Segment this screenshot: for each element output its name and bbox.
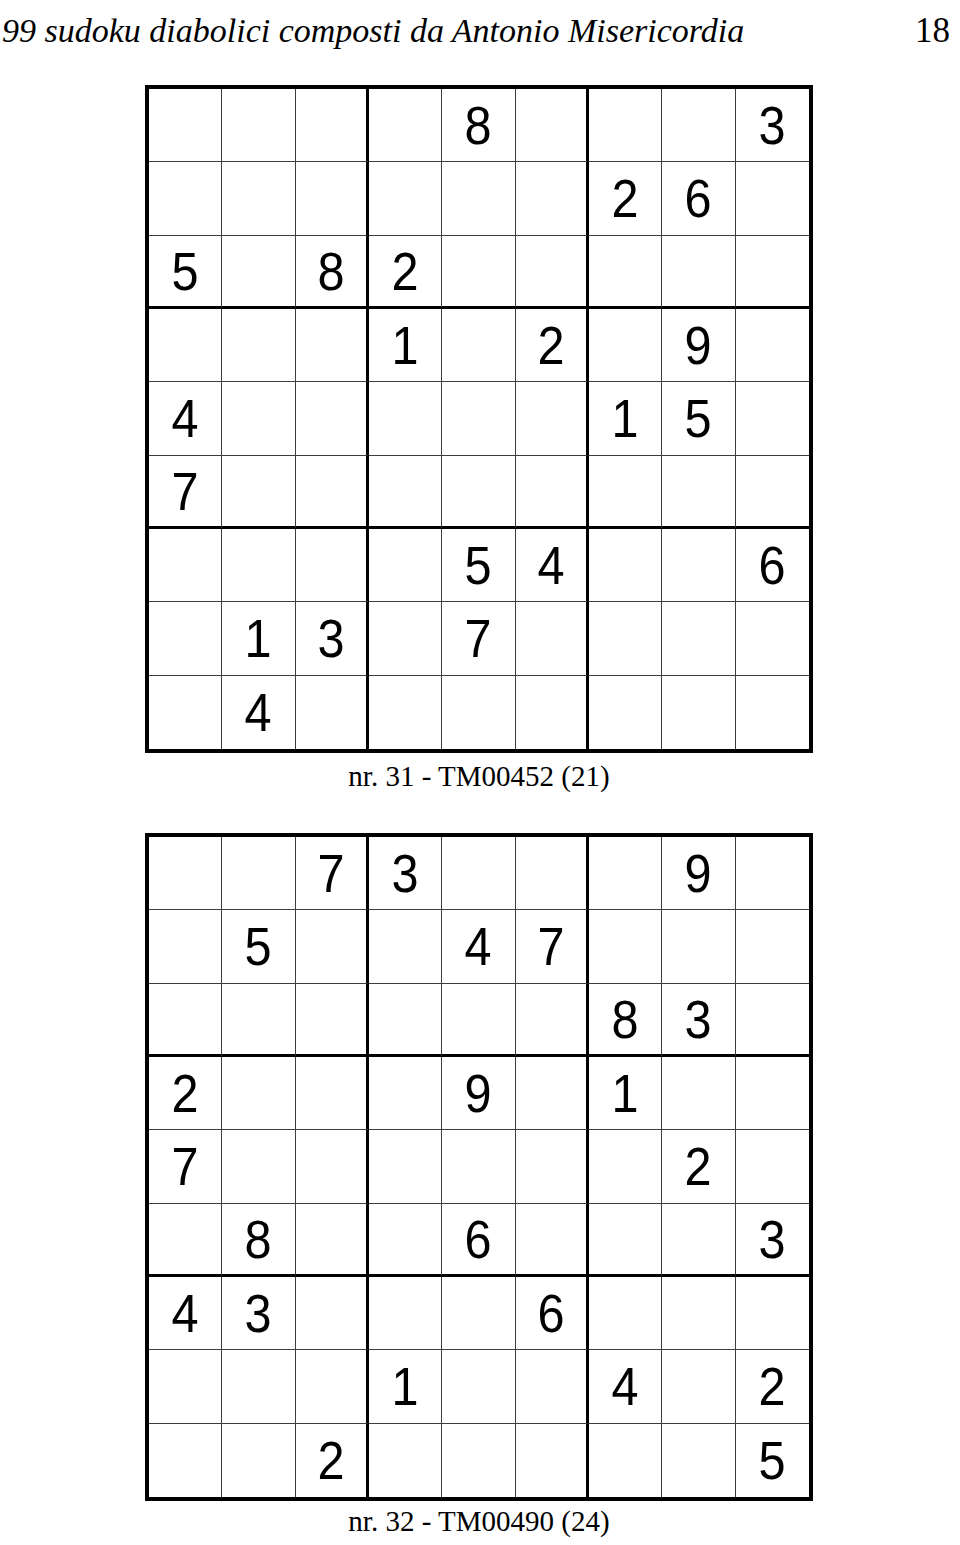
g2-cell-r1c9 (736, 837, 809, 910)
g2-cell-r7c9 (736, 1277, 809, 1350)
g1-cell-r3c4: 2 (369, 236, 442, 309)
g2-cell-r2c3 (296, 910, 369, 983)
g1-cell-r9c6 (516, 676, 589, 749)
g2-cell-r9c1 (149, 1424, 222, 1497)
given-digit: 7 (465, 611, 492, 665)
g1-cell-r6c8 (662, 456, 735, 529)
g2-cell-r3c6 (516, 984, 589, 1057)
g2-cell-r2c8 (662, 910, 735, 983)
given-digit: 6 (685, 171, 712, 225)
g2-cell-r1c5 (442, 837, 515, 910)
g2-cell-r4c8 (662, 1057, 735, 1130)
g1-cell-r1c8 (662, 89, 735, 162)
g1-cell-r4c2 (222, 309, 295, 382)
g1-cell-r2c4 (369, 162, 442, 235)
g2-cell-r7c8 (662, 1277, 735, 1350)
g2-cell-r1c6 (516, 837, 589, 910)
given-digit: 3 (392, 846, 419, 900)
g1-cell-r4c3 (296, 309, 369, 382)
g1-cell-r7c5: 5 (442, 529, 515, 602)
given-digit: 4 (612, 1359, 639, 1413)
g2-cell-r1c3: 7 (296, 837, 369, 910)
g2-cell-r4c1: 2 (149, 1057, 222, 1130)
g1-cell-r2c5 (442, 162, 515, 235)
g1-cell-r3c1: 5 (149, 236, 222, 309)
g2-cell-r8c7: 4 (589, 1350, 662, 1423)
g1-cell-r4c5 (442, 309, 515, 382)
g1-cell-r3c2 (222, 236, 295, 309)
given-digit: 5 (172, 244, 199, 298)
g1-cell-r1c1 (149, 89, 222, 162)
g2-cell-r7c2: 3 (222, 1277, 295, 1350)
g1-cell-r3c8 (662, 236, 735, 309)
given-digit: 6 (537, 1286, 564, 1340)
g1-cell-r1c7 (589, 89, 662, 162)
g2-cell-r8c1 (149, 1350, 222, 1423)
g2-cell-r3c2 (222, 984, 295, 1057)
g1-cell-r1c2 (222, 89, 295, 162)
g2-cell-r6c1 (149, 1204, 222, 1277)
g2-cell-r9c5 (442, 1424, 515, 1497)
g1-cell-r2c6 (516, 162, 589, 235)
given-digit: 7 (317, 846, 344, 900)
g2-cell-r6c6 (516, 1204, 589, 1277)
g1-cell-r2c7: 2 (589, 162, 662, 235)
g2-cell-r4c7: 1 (589, 1057, 662, 1130)
g2-cell-r8c4: 1 (369, 1350, 442, 1423)
g1-cell-r9c1 (149, 676, 222, 749)
g2-cell-r7c5 (442, 1277, 515, 1350)
given-digit: 6 (465, 1212, 492, 1266)
given-digit: 3 (317, 611, 344, 665)
g2-cell-r6c8 (662, 1204, 735, 1277)
g1-cell-r8c5: 7 (442, 602, 515, 675)
page-number: 18 (915, 11, 950, 51)
given-digit: 8 (317, 244, 344, 298)
g2-cell-r2c5: 4 (442, 910, 515, 983)
g1-cell-r4c6: 2 (516, 309, 589, 382)
g2-cell-r5c7 (589, 1130, 662, 1203)
given-digit: 8 (612, 992, 639, 1046)
g1-cell-r7c8 (662, 529, 735, 602)
g2-cell-r8c9: 2 (736, 1350, 809, 1423)
g2-cell-r7c6: 6 (516, 1277, 589, 1350)
g1-cell-r1c4 (369, 89, 442, 162)
g2-cell-r3c5 (442, 984, 515, 1057)
g2-cell-r6c9: 3 (736, 1204, 809, 1277)
g1-cell-r9c3 (296, 676, 369, 749)
given-digit: 6 (759, 538, 786, 592)
g1-cell-r7c7 (589, 529, 662, 602)
g2-cell-r9c6 (516, 1424, 589, 1497)
g2-cell-r1c7 (589, 837, 662, 910)
g1-cell-r2c8: 6 (662, 162, 735, 235)
g2-cell-r6c3 (296, 1204, 369, 1277)
g1-cell-r4c1 (149, 309, 222, 382)
g2-cell-r6c4 (369, 1204, 442, 1277)
g2-cell-r3c4 (369, 984, 442, 1057)
g2-cell-r7c3 (296, 1277, 369, 1350)
g1-cell-r3c3: 8 (296, 236, 369, 309)
g1-cell-r5c4 (369, 382, 442, 455)
g1-cell-r5c7: 1 (589, 382, 662, 455)
g1-cell-r3c7 (589, 236, 662, 309)
g2-cell-r5c3 (296, 1130, 369, 1203)
g2-cell-r9c3: 2 (296, 1424, 369, 1497)
g1-cell-r4c4: 1 (369, 309, 442, 382)
g2-cell-r6c5: 6 (442, 1204, 515, 1277)
page-header-title: 99 sudoku diabolici composti da Antonio … (2, 12, 744, 50)
g2-cell-r5c5 (442, 1130, 515, 1203)
g2-cell-r4c9 (736, 1057, 809, 1130)
g1-cell-r5c9 (736, 382, 809, 455)
g1-cell-r2c9 (736, 162, 809, 235)
given-digit: 3 (245, 1286, 272, 1340)
g1-cell-r1c3 (296, 89, 369, 162)
g1-cell-r5c3 (296, 382, 369, 455)
g2-cell-r7c1: 4 (149, 1277, 222, 1350)
g1-cell-r8c8 (662, 602, 735, 675)
g1-cell-r4c9 (736, 309, 809, 382)
g1-cell-r5c1: 4 (149, 382, 222, 455)
g1-cell-r1c9: 3 (736, 89, 809, 162)
given-digit: 5 (245, 919, 272, 973)
g1-cell-r8c2: 1 (222, 602, 295, 675)
g2-cell-r8c3 (296, 1350, 369, 1423)
g1-cell-r9c7 (589, 676, 662, 749)
g1-cell-r5c8: 5 (662, 382, 735, 455)
g1-cell-r1c6 (516, 89, 589, 162)
g1-cell-r3c9 (736, 236, 809, 309)
g2-cell-r2c4 (369, 910, 442, 983)
given-digit: 5 (685, 391, 712, 445)
g2-cell-r9c8 (662, 1424, 735, 1497)
given-digit: 2 (612, 171, 639, 225)
g1-cell-r8c3: 3 (296, 602, 369, 675)
g1-cell-r6c3 (296, 456, 369, 529)
given-digit: 9 (465, 1066, 492, 1120)
g2-cell-r4c6 (516, 1057, 589, 1130)
sudoku-grid-1: 832658212941575461374 (145, 85, 813, 753)
g2-cell-r8c5 (442, 1350, 515, 1423)
g1-cell-r7c4 (369, 529, 442, 602)
given-digit: 9 (685, 318, 712, 372)
g1-cell-r7c9: 6 (736, 529, 809, 602)
g2-cell-r4c2 (222, 1057, 295, 1130)
g1-cell-r2c3 (296, 162, 369, 235)
g1-cell-r4c7 (589, 309, 662, 382)
g1-cell-r3c5 (442, 236, 515, 309)
g1-cell-r8c6 (516, 602, 589, 675)
given-digit: 2 (392, 244, 419, 298)
g2-cell-r5c4 (369, 1130, 442, 1203)
g1-cell-r7c3 (296, 529, 369, 602)
given-digit: 1 (392, 318, 419, 372)
g1-cell-r7c2 (222, 529, 295, 602)
g1-cell-r9c4 (369, 676, 442, 749)
g2-cell-r7c7 (589, 1277, 662, 1350)
g1-cell-r6c9 (736, 456, 809, 529)
g1-cell-r9c2: 4 (222, 676, 295, 749)
sudoku-grid-2: 739547832917286343614225 (145, 833, 813, 1501)
g1-cell-r6c6 (516, 456, 589, 529)
g1-cell-r9c8 (662, 676, 735, 749)
given-digit: 3 (685, 992, 712, 1046)
g2-cell-r9c9: 5 (736, 1424, 809, 1497)
g2-cell-r2c9 (736, 910, 809, 983)
g2-cell-r9c4 (369, 1424, 442, 1497)
given-digit: 1 (245, 611, 272, 665)
given-digit: 2 (537, 318, 564, 372)
g2-cell-r8c8 (662, 1350, 735, 1423)
given-digit: 4 (465, 919, 492, 973)
given-digit: 7 (172, 464, 199, 518)
g1-cell-r8c4 (369, 602, 442, 675)
g2-cell-r2c2: 5 (222, 910, 295, 983)
g1-cell-r2c2 (222, 162, 295, 235)
g2-cell-r8c2 (222, 1350, 295, 1423)
g1-cell-r6c1: 7 (149, 456, 222, 529)
given-digit: 5 (465, 538, 492, 592)
g2-cell-r4c5: 9 (442, 1057, 515, 1130)
g2-cell-r7c4 (369, 1277, 442, 1350)
g2-cell-r5c9 (736, 1130, 809, 1203)
g1-cell-r5c6 (516, 382, 589, 455)
g2-cell-r1c2 (222, 837, 295, 910)
given-digit: 9 (685, 846, 712, 900)
g1-cell-r8c9 (736, 602, 809, 675)
g2-cell-r3c9 (736, 984, 809, 1057)
given-digit: 3 (759, 98, 786, 152)
given-digit: 3 (759, 1212, 786, 1266)
g2-cell-r2c7 (589, 910, 662, 983)
g1-cell-r3c6 (516, 236, 589, 309)
g1-cell-r7c1 (149, 529, 222, 602)
g2-cell-r2c1 (149, 910, 222, 983)
g1-cell-r6c4 (369, 456, 442, 529)
given-digit: 2 (172, 1066, 199, 1120)
g1-cell-r6c5 (442, 456, 515, 529)
g2-cell-r3c7: 8 (589, 984, 662, 1057)
g2-cell-r8c6 (516, 1350, 589, 1423)
given-digit: 4 (245, 685, 272, 739)
puzzle-caption-1: nr. 31 - TM00452 (21) (145, 760, 813, 793)
given-digit: 2 (759, 1359, 786, 1413)
given-digit: 1 (612, 391, 639, 445)
g1-cell-r7c6: 4 (516, 529, 589, 602)
puzzle-caption-2: nr. 32 - TM00490 (24) (145, 1505, 813, 1538)
g2-cell-r5c1: 7 (149, 1130, 222, 1203)
g2-cell-r3c1 (149, 984, 222, 1057)
g2-cell-r9c7 (589, 1424, 662, 1497)
g2-cell-r1c4: 3 (369, 837, 442, 910)
given-digit: 2 (317, 1433, 344, 1487)
given-digit: 8 (465, 98, 492, 152)
g2-cell-r5c6 (516, 1130, 589, 1203)
g1-cell-r5c5 (442, 382, 515, 455)
g1-cell-r9c5 (442, 676, 515, 749)
g1-cell-r6c7 (589, 456, 662, 529)
given-digit: 4 (537, 538, 564, 592)
given-digit: 1 (612, 1066, 639, 1120)
given-digit: 4 (172, 391, 199, 445)
g1-cell-r9c9 (736, 676, 809, 749)
given-digit: 4 (172, 1286, 199, 1340)
g1-cell-r8c1 (149, 602, 222, 675)
given-digit: 1 (392, 1359, 419, 1413)
given-digit: 7 (172, 1139, 199, 1193)
g2-cell-r9c2 (222, 1424, 295, 1497)
g2-cell-r6c2: 8 (222, 1204, 295, 1277)
g2-cell-r3c3 (296, 984, 369, 1057)
g2-cell-r3c8: 3 (662, 984, 735, 1057)
g2-cell-r4c4 (369, 1057, 442, 1130)
g2-cell-r5c8: 2 (662, 1130, 735, 1203)
given-digit: 5 (759, 1433, 786, 1487)
g1-cell-r5c2 (222, 382, 295, 455)
g2-cell-r6c7 (589, 1204, 662, 1277)
g1-cell-r4c8: 9 (662, 309, 735, 382)
g1-cell-r1c5: 8 (442, 89, 515, 162)
given-digit: 2 (685, 1139, 712, 1193)
g2-cell-r2c6: 7 (516, 910, 589, 983)
g2-cell-r5c2 (222, 1130, 295, 1203)
g1-cell-r8c7 (589, 602, 662, 675)
g2-cell-r1c1 (149, 837, 222, 910)
g2-cell-r1c8: 9 (662, 837, 735, 910)
g1-cell-r6c2 (222, 456, 295, 529)
g2-cell-r4c3 (296, 1057, 369, 1130)
g1-cell-r2c1 (149, 162, 222, 235)
given-digit: 8 (245, 1212, 272, 1266)
given-digit: 7 (537, 919, 564, 973)
